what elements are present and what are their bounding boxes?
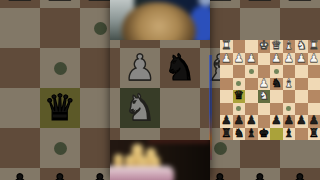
piece-white-pawn[interactable]: ♟: [221, 53, 232, 65]
bottom-photo-chess-set: [110, 140, 210, 180]
square-e2[interactable]: [258, 53, 271, 66]
square-g3[interactable]: [233, 65, 246, 78]
piece-white-pawn[interactable]: ♟: [233, 53, 244, 65]
square-f2[interactable]: ♟: [245, 53, 258, 66]
square-f8[interactable]: ♝: [245, 128, 258, 141]
move-hint-dot-g4[interactable]: [236, 81, 241, 86]
square-c8[interactable]: ♝: [283, 128, 296, 141]
piece-black-king[interactable]: ♚: [258, 128, 269, 140]
center-video-strip: ♜♚♛♝♞♜♟♟♟♟♟♟♟♟♞♝♛♞♟♟♟♟♟♟♟♜♞♝♚♝♜: [110, 0, 210, 180]
piece-black-rook[interactable]: ♜: [308, 128, 319, 140]
piece-black-pawn: ♟: [4, 170, 36, 180]
piece-black-pawn: ♟: [244, 170, 276, 180]
piece-white-pawn: ♟: [284, 0, 316, 6]
move-hint-dot-c6[interactable]: [286, 106, 291, 111]
square-f4[interactable]: [245, 78, 258, 91]
piece-white-pawn[interactable]: ♟: [296, 53, 307, 65]
piece-white-pawn[interactable]: ♟: [283, 53, 294, 65]
piece-white-pawn: ♟: [244, 0, 276, 6]
piece-white-pawn[interactable]: ♟: [308, 53, 319, 65]
square-b8[interactable]: [295, 128, 308, 141]
square-a7: ♟: [280, 168, 320, 180]
square-h6: [0, 128, 40, 168]
square-a5[interactable]: [308, 90, 320, 103]
square-g7: ♟: [40, 168, 80, 180]
move-hint-dot-f3: [94, 22, 107, 35]
piece-white-pawn[interactable]: ♟: [246, 53, 257, 65]
piece-black-rook[interactable]: ♜: [221, 128, 232, 140]
square-h8[interactable]: ♜: [220, 128, 233, 141]
square-h3: [0, 8, 40, 48]
player-head: [122, 2, 196, 40]
move-hint-dot-f3[interactable]: [249, 69, 254, 74]
piece-black-knight[interactable]: ♞: [233, 128, 244, 140]
square-d5[interactable]: [270, 90, 283, 103]
square-a3[interactable]: [308, 65, 320, 78]
square-g3: [40, 8, 80, 48]
dark-red-blur: [148, 140, 210, 143]
square-h2[interactable]: ♟: [220, 53, 233, 66]
chessboard[interactable]: ♜♚♛♝♞♜♟♟♟♟♟♟♟♟♞♝♛♞♟♟♟♟♟♟♟♜♞♝♚♝♜: [220, 40, 320, 140]
piece-black-bishop[interactable]: ♝: [283, 128, 294, 140]
square-h7: ♟: [0, 168, 40, 180]
move-hint-dot-g4: [54, 62, 67, 75]
piece-black-queen[interactable]: ♛: [233, 90, 244, 102]
square-b3[interactable]: [295, 65, 308, 78]
piece-white-pawn: ♟: [44, 0, 76, 6]
video-frame: ♜♚♛♝♞♜♟♟♟♟♟♟♟♟♞♝♛♞♟♟♟♟♟♟♟♜♞♝♚♝♜ ♜♚♛♝♞♜♟♟…: [0, 0, 320, 180]
square-b4[interactable]: [295, 78, 308, 91]
move-hint-dot-c6: [214, 142, 227, 155]
square-f3[interactable]: [245, 65, 258, 78]
square-d7[interactable]: ♟: [270, 115, 283, 128]
piece-white-king[interactable]: ♚: [258, 40, 269, 52]
square-a8[interactable]: ♜: [308, 128, 320, 141]
square-e5[interactable]: ♞: [258, 90, 271, 103]
top-photo-player: [110, 0, 210, 40]
square-g6: [40, 128, 80, 168]
square-c4[interactable]: ♝: [283, 78, 296, 91]
piece-white-bishop[interactable]: ♝: [283, 78, 294, 90]
square-a2: ♟: [280, 0, 320, 8]
piece-black-pawn[interactable]: ♟: [271, 115, 282, 127]
pink-base: [110, 166, 174, 180]
square-e6[interactable]: [258, 103, 271, 116]
piece-white-pawn: ♟: [4, 0, 36, 6]
move-hint-dot-g6[interactable]: [236, 106, 241, 111]
square-c5[interactable]: [283, 90, 296, 103]
move-hint-dot-g6: [54, 142, 67, 155]
square-d2[interactable]: ♟: [270, 53, 283, 66]
piece-white-pawn[interactable]: ♟: [271, 53, 282, 65]
square-d8[interactable]: [270, 128, 283, 141]
square-b7: ♟: [240, 168, 280, 180]
square-b7[interactable]: ♟: [295, 115, 308, 128]
square-e8[interactable]: ♚: [258, 128, 271, 141]
square-e1[interactable]: ♚: [258, 40, 271, 53]
piece-black-pawn: ♟: [284, 170, 316, 180]
square-h2: ♟: [0, 0, 40, 8]
square-b5[interactable]: [295, 90, 308, 103]
square-h4: [0, 48, 40, 88]
piece-black-knight[interactable]: ♞: [271, 78, 282, 90]
square-h4[interactable]: [220, 78, 233, 91]
square-a2[interactable]: ♟: [308, 53, 320, 66]
square-g2: ♟: [40, 0, 80, 8]
piece-black-pawn[interactable]: ♟: [296, 115, 307, 127]
square-g5[interactable]: ♛: [233, 90, 246, 103]
square-b2[interactable]: ♟: [295, 53, 308, 66]
square-a4[interactable]: [308, 78, 320, 91]
square-b2: ♟: [240, 0, 280, 8]
square-g4: [40, 48, 80, 88]
square-f5[interactable]: [245, 90, 258, 103]
piece-black-bishop[interactable]: ♝: [246, 128, 257, 140]
bottom-photo-backdrop: [110, 140, 210, 180]
move-hint-dot-d3[interactable]: [274, 69, 279, 74]
square-c2[interactable]: ♟: [283, 53, 296, 66]
piece-white-knight[interactable]: ♞: [258, 90, 269, 102]
piece-black-queen: ♛: [44, 90, 76, 126]
square-g5: ♛: [40, 88, 80, 128]
square-h5[interactable]: [220, 90, 233, 103]
square-g8[interactable]: ♞: [233, 128, 246, 141]
square-h5: [0, 88, 40, 128]
square-h3[interactable]: [220, 65, 233, 78]
piece-black-pawn: ♟: [44, 170, 76, 180]
square-d4[interactable]: ♞: [270, 78, 283, 91]
top-photo-backdrop: [110, 0, 210, 40]
square-g2[interactable]: ♟: [233, 53, 246, 66]
